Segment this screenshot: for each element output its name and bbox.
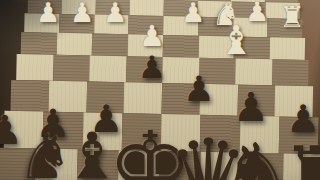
square-h5[interactable] [16,54,53,81]
piece-white-pawn-d2[interactable]: ♟ [180,0,207,26]
square-f4[interactable] [92,34,128,57]
square-a5[interactable] [272,59,309,86]
piece-white-rook-a1[interactable]: ♜ [278,3,307,32]
piece-white-bishop-c4[interactable]: ♝ [216,20,256,60]
square-g5[interactable] [53,55,90,82]
square-a4[interactable] [269,37,305,60]
square-g4[interactable] [56,33,92,56]
piece-white-pawn-f2[interactable]: ♟ [102,0,129,26]
piece-white-pawn-g2[interactable]: ♟ [69,0,96,26]
square-e2[interactable] [130,0,164,16]
piece-black-pawn-d6[interactable]: ♟ [182,72,217,107]
square-f5[interactable] [89,56,126,83]
square-d4[interactable] [163,35,199,58]
piece-black-pawn-e5[interactable]: ♟ [137,52,168,83]
square-e6[interactable] [124,82,162,114]
piece-black-knight-g8[interactable]: ♞ [14,126,76,180]
piece-black-knight-b8[interactable]: ♞ [216,132,300,180]
chess-photo-stage: ♟♟♟♟♟♞♜♟♝♟♟♟♟♟♟♟♝♞♚♜♛♞ [0,0,320,180]
square-h4[interactable] [21,32,57,55]
piece-white-pawn-e4[interactable]: ♟ [138,22,167,51]
piece-white-pawn-h2[interactable]: ♟ [35,0,62,26]
